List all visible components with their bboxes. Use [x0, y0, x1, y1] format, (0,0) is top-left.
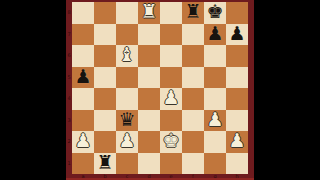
square-d2[interactable]	[138, 131, 160, 153]
square-c5[interactable]	[116, 67, 138, 89]
square-d4[interactable]	[138, 88, 160, 110]
square-f3[interactable]	[182, 110, 204, 132]
square-h8[interactable]	[226, 2, 248, 24]
square-a7[interactable]	[72, 24, 94, 46]
square-d3[interactable]	[138, 110, 160, 132]
square-b5[interactable]	[94, 67, 116, 89]
square-a3[interactable]	[72, 110, 94, 132]
square-g7[interactable]: ♟	[204, 24, 226, 46]
square-c7[interactable]	[116, 24, 138, 46]
file-label-g: g	[204, 174, 226, 179]
square-h3[interactable]	[226, 110, 248, 132]
square-g8[interactable]: ♚	[204, 2, 226, 24]
square-g2[interactable]	[204, 131, 226, 153]
black-king: ♚	[206, 2, 223, 21]
file-label-c: c	[116, 174, 138, 179]
white-pawn: ♟	[118, 131, 135, 150]
square-d8[interactable]: ♜	[138, 2, 160, 24]
square-h6[interactable]	[226, 45, 248, 67]
black-queen: ♛	[118, 110, 135, 129]
square-e6[interactable]	[160, 45, 182, 67]
square-g5[interactable]	[204, 67, 226, 89]
square-b8[interactable]	[94, 2, 116, 24]
white-pawn: ♟	[162, 88, 179, 107]
square-h7[interactable]: ♟	[226, 24, 248, 46]
square-c2[interactable]: ♟	[116, 131, 138, 153]
square-d6[interactable]	[138, 45, 160, 67]
square-b3[interactable]	[94, 110, 116, 132]
square-h4[interactable]	[226, 88, 248, 110]
square-f5[interactable]	[182, 67, 204, 89]
square-h5[interactable]	[226, 67, 248, 89]
square-a8[interactable]	[72, 2, 94, 24]
square-d7[interactable]	[138, 24, 160, 46]
square-c6[interactable]: ♝	[116, 45, 138, 67]
square-g4[interactable]	[204, 88, 226, 110]
square-e5[interactable]	[160, 67, 182, 89]
black-rook: ♜	[96, 153, 113, 172]
square-c8[interactable]	[116, 2, 138, 24]
board-frame: 87654321 ♜♜♚♟♟♝♟♟♛♟♟♟♚♟♜ abcdefgh	[66, 0, 254, 180]
square-c1[interactable]	[116, 153, 138, 175]
square-e4[interactable]: ♟	[160, 88, 182, 110]
white-pawn: ♟	[228, 131, 245, 150]
black-pawn: ♟	[228, 24, 245, 43]
square-f4[interactable]	[182, 88, 204, 110]
square-a2[interactable]: ♟	[72, 131, 94, 153]
square-a6[interactable]	[72, 45, 94, 67]
white-pawn: ♟	[206, 110, 223, 129]
square-d5[interactable]	[138, 67, 160, 89]
square-h2[interactable]: ♟	[226, 131, 248, 153]
square-b1[interactable]: ♜	[94, 153, 116, 175]
square-b7[interactable]	[94, 24, 116, 46]
square-e1[interactable]	[160, 153, 182, 175]
white-bishop: ♝	[118, 45, 135, 64]
square-e2[interactable]: ♚	[160, 131, 182, 153]
square-f1[interactable]	[182, 153, 204, 175]
square-f6[interactable]	[182, 45, 204, 67]
white-king: ♚	[162, 131, 179, 150]
square-e3[interactable]	[160, 110, 182, 132]
file-label-a: a	[72, 174, 94, 179]
white-rook: ♜	[140, 2, 157, 21]
file-label-f: f	[182, 174, 204, 179]
square-f2[interactable]	[182, 131, 204, 153]
square-f8[interactable]: ♜	[182, 2, 204, 24]
square-c4[interactable]	[116, 88, 138, 110]
square-e7[interactable]	[160, 24, 182, 46]
square-g3[interactable]: ♟	[204, 110, 226, 132]
square-h1[interactable]	[226, 153, 248, 175]
black-pawn: ♟	[74, 67, 91, 86]
square-a1[interactable]	[72, 153, 94, 175]
file-label-e: e	[160, 174, 182, 179]
square-d1[interactable]	[138, 153, 160, 175]
file-label-b: b	[94, 174, 116, 179]
square-a4[interactable]	[72, 88, 94, 110]
square-c3[interactable]: ♛	[116, 110, 138, 132]
file-label-d: d	[138, 174, 160, 179]
video-frame: { "game": "chess", "position": { "fen": …	[0, 0, 320, 180]
file-label-h: h	[226, 174, 248, 179]
black-rook: ♜	[184, 2, 201, 21]
square-b4[interactable]	[94, 88, 116, 110]
chess-board: ♜♜♚♟♟♝♟♟♛♟♟♟♚♟♜	[72, 2, 248, 174]
square-a5[interactable]: ♟	[72, 67, 94, 89]
square-g6[interactable]	[204, 45, 226, 67]
file-labels: abcdefgh	[72, 174, 248, 179]
square-e8[interactable]	[160, 2, 182, 24]
square-g1[interactable]	[204, 153, 226, 175]
square-f7[interactable]	[182, 24, 204, 46]
square-b6[interactable]	[94, 45, 116, 67]
square-b2[interactable]	[94, 131, 116, 153]
white-pawn: ♟	[74, 131, 91, 150]
black-pawn: ♟	[206, 24, 223, 43]
